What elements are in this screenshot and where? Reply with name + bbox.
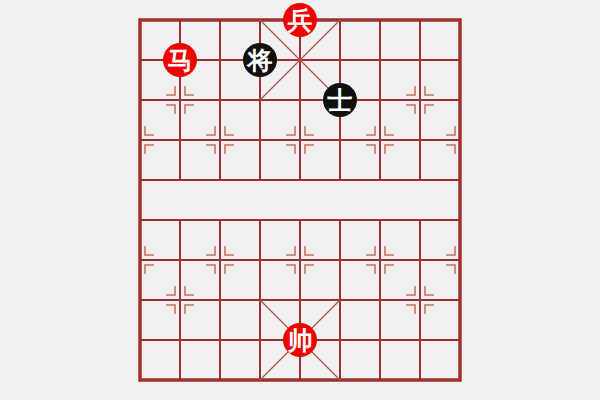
piece-red-soldier[interactable]: 兵 xyxy=(283,3,317,37)
xiangqi-board: 兵马将士帅 xyxy=(140,20,460,380)
piece-red-horse[interactable]: 马 xyxy=(163,43,197,77)
piece-black-general[interactable]: 将 xyxy=(243,43,277,77)
piece-black-advisor[interactable]: 士 xyxy=(323,83,357,117)
pieces-layer: 兵马将士帅 xyxy=(140,20,460,380)
piece-red-general[interactable]: 帅 xyxy=(283,323,317,357)
xiangqi-app: 兵马将士帅 xyxy=(0,0,600,400)
